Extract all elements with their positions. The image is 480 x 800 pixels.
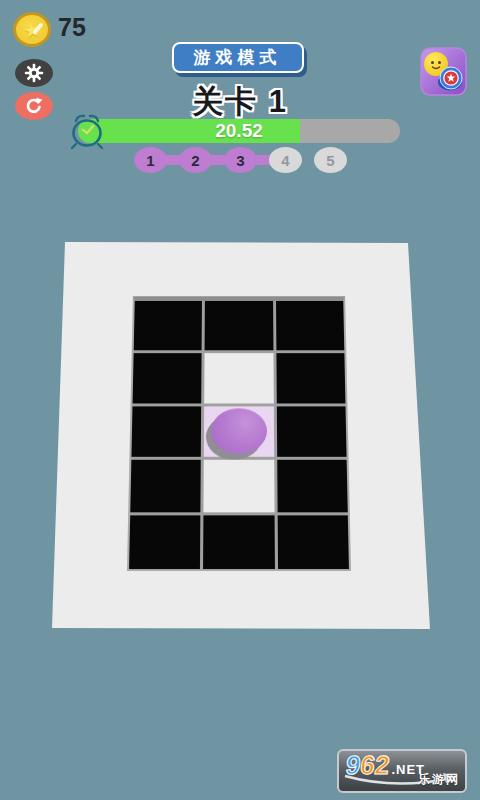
cell-r2c1 — [133, 353, 202, 403]
level-dot-3[interactable]: 3 — [224, 147, 257, 173]
level-dot-2[interactable]: 2 — [179, 147, 212, 173]
timer-value: 20.52 — [78, 119, 400, 143]
level-dot-1[interactable]: 1 — [134, 147, 167, 173]
puzzle-grid — [127, 296, 351, 571]
coin-icon: ★ — [13, 12, 51, 47]
gear-icon — [23, 63, 45, 83]
level-dots: 12345 — [133, 147, 347, 173]
cell-r2c3 — [276, 353, 345, 403]
cell-r1c2 — [205, 301, 273, 350]
watermark-site-name: 乐游网 — [418, 771, 460, 788]
cell-r5c1 — [129, 516, 201, 569]
alarm-clock-icon — [64, 111, 110, 155]
watermark-962net: 962 .NET 乐游网 — [337, 749, 467, 793]
cell-r4c1 — [130, 460, 201, 512]
cell-r1c1 — [134, 301, 203, 350]
cell-r1c3 — [276, 301, 345, 350]
level-dot-5[interactable]: 5 — [314, 147, 347, 173]
cell-r4c2[interactable] — [204, 460, 274, 512]
cell-r4c3 — [277, 460, 348, 512]
game-screen: ★ 75 游戏模式 — [0, 0, 480, 800]
level-dot-4[interactable]: 4 — [269, 147, 302, 173]
cell-r5c3 — [277, 516, 349, 569]
cell-r2c2[interactable] — [205, 353, 274, 403]
game-mode-button[interactable]: 游戏模式 — [172, 42, 304, 73]
cell-r3c3 — [276, 406, 346, 457]
cell-r3c1 — [131, 406, 201, 457]
coin-count: 75 — [58, 13, 86, 42]
cell-r3c2[interactable] — [204, 406, 274, 457]
cell-r5c2 — [203, 516, 274, 569]
